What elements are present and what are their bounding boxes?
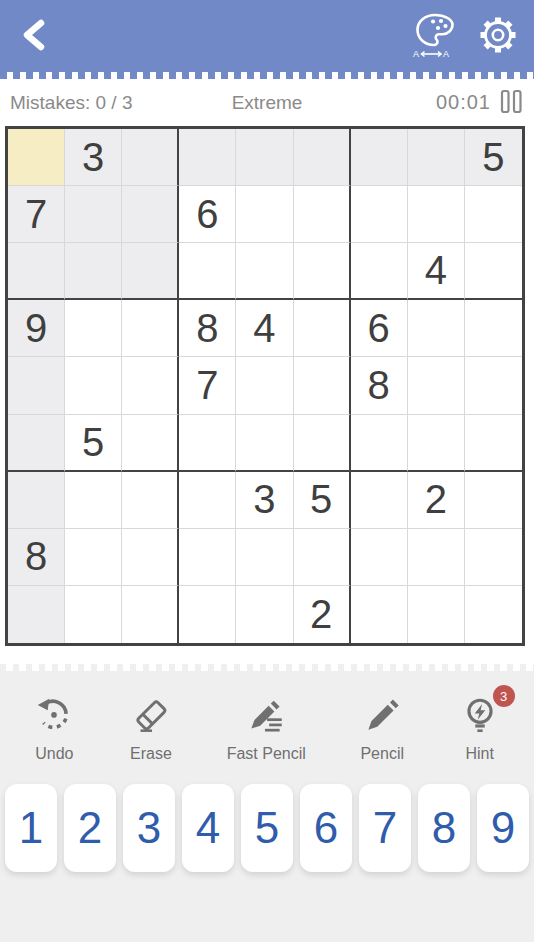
timer: 00:01 [436, 91, 491, 114]
cell-r2c5[interactable] [236, 186, 293, 243]
board-bottom-gap [0, 646, 534, 664]
cell-r1c4[interactable] [179, 129, 236, 186]
settings-button[interactable] [476, 13, 520, 60]
fast-pencil-icon [245, 695, 287, 740]
cell-r5c5[interactable] [236, 357, 293, 414]
cell-r6c7[interactable] [351, 415, 408, 472]
cell-r7c7[interactable] [351, 472, 408, 529]
cell-r8c2[interactable] [65, 529, 122, 586]
cell-r3c6[interactable] [294, 243, 351, 300]
cell-r3c4[interactable] [179, 243, 236, 300]
cell-r3c8[interactable]: 4 [408, 243, 465, 300]
numpad-key-5[interactable]: 5 [241, 784, 293, 872]
eraser-icon [130, 695, 172, 740]
cell-r4c4[interactable]: 8 [179, 300, 236, 357]
cell-r8c7[interactable] [351, 529, 408, 586]
control-panel: Undo Erase [0, 671, 534, 942]
cell-r9c8[interactable] [408, 586, 465, 643]
status-bar: Mistakes: 0 / 3 Extreme 00:01 [0, 79, 534, 126]
cell-r1c7[interactable] [351, 129, 408, 186]
cell-r7c4[interactable] [179, 472, 236, 529]
cell-r1c6[interactable] [294, 129, 351, 186]
cell-r4c6[interactable] [294, 300, 351, 357]
svg-text:A: A [413, 49, 419, 59]
cell-r7c3[interactable] [122, 472, 179, 529]
cell-r3c7[interactable] [351, 243, 408, 300]
cell-r9c4[interactable] [179, 586, 236, 643]
cell-r9c5[interactable] [236, 586, 293, 643]
hint-label: Hint [465, 745, 493, 763]
cell-r8c6[interactable] [294, 529, 351, 586]
cell-r5c2[interactable] [65, 357, 122, 414]
cell-r2c4[interactable]: 6 [179, 186, 236, 243]
number-pad: 123456789 [0, 784, 534, 872]
cell-r7c9[interactable] [465, 472, 522, 529]
sudoku-board: 35764984678535282 [5, 126, 525, 646]
panel-perforated-edge [0, 664, 534, 671]
cell-r9c9[interactable] [465, 586, 522, 643]
undo-label: Undo [35, 745, 73, 763]
numpad-key-9[interactable]: 9 [477, 784, 529, 872]
cell-r4c7[interactable]: 6 [351, 300, 408, 357]
cell-r2c7[interactable] [351, 186, 408, 243]
cell-r5c3[interactable] [122, 357, 179, 414]
palette-icon: A A [412, 11, 458, 62]
back-button[interactable] [14, 12, 54, 60]
cell-r6c6[interactable] [294, 415, 351, 472]
cell-r8c5[interactable] [236, 529, 293, 586]
cell-r8c4[interactable] [179, 529, 236, 586]
svg-text:A: A [443, 49, 449, 59]
cell-r8c8[interactable] [408, 529, 465, 586]
app-bar: A A [0, 0, 534, 72]
numpad-key-6[interactable]: 6 [300, 784, 352, 872]
undo-button[interactable]: Undo [31, 691, 77, 767]
cell-r6c4[interactable] [179, 415, 236, 472]
cell-r6c9[interactable] [465, 415, 522, 472]
pencil-icon [361, 695, 403, 740]
pencil-label: Pencil [360, 745, 404, 763]
cell-r4c5[interactable]: 4 [236, 300, 293, 357]
pause-icon [499, 88, 524, 118]
numpad-key-3[interactable]: 3 [123, 784, 175, 872]
pencil-button[interactable]: Pencil [358, 691, 406, 767]
cell-r1c9[interactable]: 5 [465, 129, 522, 186]
cell-r7c8[interactable]: 2 [408, 472, 465, 529]
cell-r4c3[interactable] [122, 300, 179, 357]
cell-r7c6[interactable]: 5 [294, 472, 351, 529]
pause-button[interactable] [499, 88, 524, 118]
numpad-key-4[interactable]: 4 [182, 784, 234, 872]
header-perforated-edge [0, 72, 534, 79]
cell-r2c6[interactable] [294, 186, 351, 243]
erase-label: Erase [130, 745, 172, 763]
hint-count-badge: 3 [493, 685, 515, 707]
theme-button[interactable]: A A [412, 11, 458, 62]
undo-icon [33, 695, 75, 740]
cell-r5c1[interactable] [8, 357, 65, 414]
hint-button[interactable]: 3 Hint [457, 691, 503, 767]
cell-r6c5[interactable] [236, 415, 293, 472]
cell-r6c8[interactable] [408, 415, 465, 472]
cell-r1c8[interactable] [408, 129, 465, 186]
cell-r6c1[interactable] [8, 415, 65, 472]
cell-r3c5[interactable] [236, 243, 293, 300]
cell-r9c6[interactable]: 2 [294, 586, 351, 643]
numpad-key-1[interactable]: 1 [5, 784, 57, 872]
cell-r2c8[interactable] [408, 186, 465, 243]
cell-r4c8[interactable] [408, 300, 465, 357]
cell-r3c3[interactable] [122, 243, 179, 300]
cell-r7c5[interactable]: 3 [236, 472, 293, 529]
cell-r2c2[interactable] [65, 186, 122, 243]
cell-r5c8[interactable] [408, 357, 465, 414]
cell-r5c6[interactable] [294, 357, 351, 414]
cell-r5c4[interactable]: 7 [179, 357, 236, 414]
cell-r7c2[interactable] [65, 472, 122, 529]
cell-r3c9[interactable] [465, 243, 522, 300]
cell-r2c1[interactable]: 7 [8, 186, 65, 243]
fast-pencil-label: Fast Pencil [227, 745, 306, 763]
toolbar: Undo Erase [0, 691, 534, 767]
cell-r4c9[interactable] [465, 300, 522, 357]
cell-r8c1[interactable]: 8 [8, 529, 65, 586]
fast-pencil-button[interactable]: Fast Pencil [225, 691, 308, 767]
numpad-key-7[interactable]: 7 [359, 784, 411, 872]
numpad-key-8[interactable]: 8 [418, 784, 470, 872]
cell-r8c3[interactable] [122, 529, 179, 586]
cell-r5c7[interactable]: 8 [351, 357, 408, 414]
cell-r2c9[interactable] [465, 186, 522, 243]
cell-r1c2[interactable]: 3 [65, 129, 122, 186]
cell-r9c2[interactable] [65, 586, 122, 643]
cell-r6c2[interactable]: 5 [65, 415, 122, 472]
cell-r8c9[interactable] [465, 529, 522, 586]
cell-r6c3[interactable] [122, 415, 179, 472]
cell-r3c1[interactable] [8, 243, 65, 300]
numpad-key-2[interactable]: 2 [64, 784, 116, 872]
cell-r2c3[interactable] [122, 186, 179, 243]
cell-r9c7[interactable] [351, 586, 408, 643]
cell-r1c3[interactable] [122, 129, 179, 186]
cell-r1c5[interactable] [236, 129, 293, 186]
back-chevron-icon [17, 13, 51, 60]
cell-r3c2[interactable] [65, 243, 122, 300]
erase-button[interactable]: Erase [128, 691, 174, 767]
cell-r9c1[interactable] [8, 586, 65, 643]
cell-r4c1[interactable]: 9 [8, 300, 65, 357]
cell-r4c2[interactable] [65, 300, 122, 357]
cell-r1c1[interactable] [8, 129, 65, 186]
cell-r9c3[interactable] [122, 586, 179, 643]
cell-r5c9[interactable] [465, 357, 522, 414]
cell-r7c1[interactable] [8, 472, 65, 529]
gear-icon [476, 13, 520, 60]
